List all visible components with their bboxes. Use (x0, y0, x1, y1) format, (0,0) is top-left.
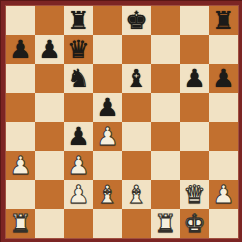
square-g4[interactable] (180, 122, 209, 151)
square-e2[interactable]: ♝ (122, 180, 151, 209)
square-g6[interactable]: ♟ (180, 64, 209, 93)
black-rook-h8[interactable]: ♜ (212, 6, 234, 35)
black-pawn-a7[interactable]: ♟ (9, 35, 31, 64)
black-bishop-e6[interactable]: ♝ (125, 64, 147, 93)
square-a2[interactable] (6, 180, 35, 209)
square-h6[interactable]: ♟ (209, 64, 238, 93)
square-f6[interactable] (151, 64, 180, 93)
square-e6[interactable]: ♝ (122, 64, 151, 93)
square-h8[interactable]: ♜ (209, 6, 238, 35)
square-g8[interactable] (180, 6, 209, 35)
square-c5[interactable] (64, 93, 93, 122)
square-f8[interactable] (151, 6, 180, 35)
square-f7[interactable] (151, 35, 180, 64)
square-a1[interactable]: ♜ (6, 209, 35, 238)
square-b8[interactable] (35, 6, 64, 35)
square-g1[interactable]: ♚ (180, 209, 209, 238)
square-b4[interactable] (35, 122, 64, 151)
square-a5[interactable] (6, 93, 35, 122)
square-a6[interactable] (6, 64, 35, 93)
square-h5[interactable] (209, 93, 238, 122)
square-h2[interactable]: ♟ (209, 180, 238, 209)
square-b6[interactable] (35, 64, 64, 93)
white-pawn-a3[interactable]: ♟ (9, 151, 31, 180)
square-d3[interactable] (93, 151, 122, 180)
square-c6[interactable]: ♞ (64, 64, 93, 93)
square-c2[interactable]: ♟ (64, 180, 93, 209)
black-pawn-h6[interactable]: ♟ (212, 64, 234, 93)
square-f1[interactable]: ♜ (151, 209, 180, 238)
square-e4[interactable] (122, 122, 151, 151)
square-c8[interactable]: ♜ (64, 6, 93, 35)
square-e5[interactable] (122, 93, 151, 122)
black-king-e8[interactable]: ♚ (125, 6, 147, 35)
square-e1[interactable] (122, 209, 151, 238)
square-a3[interactable]: ♟ (6, 151, 35, 180)
chess-board: ♜♚♜♟♟♛♞♝♟♟♟♟♟♟♟♟♝♝♛♟♜♜♚ (6, 6, 238, 238)
black-pawn-d5[interactable]: ♟ (96, 93, 118, 122)
black-queen-c7[interactable]: ♛ (67, 35, 89, 64)
square-d2[interactable]: ♝ (93, 180, 122, 209)
square-b5[interactable] (35, 93, 64, 122)
white-bishop-e2[interactable]: ♝ (125, 180, 147, 209)
square-b3[interactable] (35, 151, 64, 180)
white-bishop-d2[interactable]: ♝ (96, 180, 118, 209)
board-frame: ♜♚♜♟♟♛♞♝♟♟♟♟♟♟♟♟♝♝♛♟♜♜♚ (0, 0, 242, 242)
square-g5[interactable] (180, 93, 209, 122)
square-d6[interactable] (93, 64, 122, 93)
square-d7[interactable] (93, 35, 122, 64)
square-g2[interactable]: ♛ (180, 180, 209, 209)
square-b7[interactable]: ♟ (35, 35, 64, 64)
square-h7[interactable] (209, 35, 238, 64)
white-king-g1[interactable]: ♚ (183, 209, 205, 238)
square-h3[interactable] (209, 151, 238, 180)
white-pawn-c2[interactable]: ♟ (67, 180, 89, 209)
square-f3[interactable] (151, 151, 180, 180)
square-d4[interactable]: ♟ (93, 122, 122, 151)
square-c7[interactable]: ♛ (64, 35, 93, 64)
square-d1[interactable] (93, 209, 122, 238)
white-queen-g2[interactable]: ♛ (183, 180, 205, 209)
square-c4[interactable]: ♟ (64, 122, 93, 151)
square-a7[interactable]: ♟ (6, 35, 35, 64)
black-knight-c6[interactable]: ♞ (67, 64, 89, 93)
square-d5[interactable]: ♟ (93, 93, 122, 122)
square-e3[interactable] (122, 151, 151, 180)
square-d8[interactable] (93, 6, 122, 35)
square-f2[interactable] (151, 180, 180, 209)
square-f4[interactable] (151, 122, 180, 151)
square-a4[interactable] (6, 122, 35, 151)
square-f5[interactable] (151, 93, 180, 122)
square-a8[interactable] (6, 6, 35, 35)
white-pawn-c3[interactable]: ♟ (67, 151, 89, 180)
square-h4[interactable] (209, 122, 238, 151)
black-pawn-g6[interactable]: ♟ (183, 64, 205, 93)
square-g7[interactable] (180, 35, 209, 64)
white-pawn-d4[interactable]: ♟ (96, 122, 118, 151)
square-b1[interactable] (35, 209, 64, 238)
square-e7[interactable] (122, 35, 151, 64)
black-rook-c8[interactable]: ♜ (67, 6, 89, 35)
square-h1[interactable] (209, 209, 238, 238)
white-pawn-h2[interactable]: ♟ (212, 180, 234, 209)
white-rook-a1[interactable]: ♜ (9, 209, 31, 238)
square-b2[interactable] (35, 180, 64, 209)
square-g3[interactable] (180, 151, 209, 180)
white-rook-f1[interactable]: ♜ (154, 209, 176, 238)
square-e8[interactable]: ♚ (122, 6, 151, 35)
square-c1[interactable] (64, 209, 93, 238)
square-c3[interactable]: ♟ (64, 151, 93, 180)
black-pawn-b7[interactable]: ♟ (38, 35, 60, 64)
black-pawn-c4[interactable]: ♟ (67, 122, 89, 151)
